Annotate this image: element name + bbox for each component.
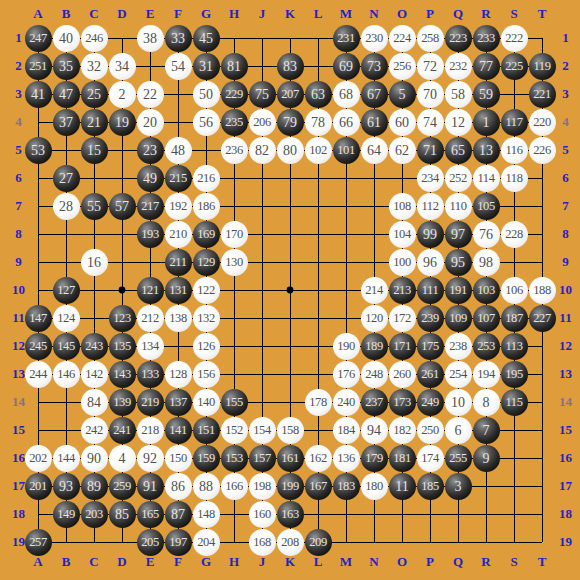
stone-P12-move-175: 175	[417, 333, 444, 360]
col-label-top-O: O	[388, 2, 416, 26]
stone-O14-move-173: 173	[389, 389, 416, 416]
stone-G19-move-204: 204	[193, 529, 220, 556]
stone-E8-move-193: 193	[137, 221, 164, 248]
stone-R11-move-107: 107	[473, 305, 500, 332]
stone-L3-move-63: 63	[305, 81, 332, 108]
stone-D17-move-259: 259	[109, 473, 136, 500]
stone-N13-move-248: 248	[361, 361, 388, 388]
stone-E6-move-49: 49	[137, 165, 164, 192]
col-label-top-P: P	[416, 2, 444, 26]
stone-L19-move-209: 209	[305, 529, 332, 556]
stone-R7-move-105: 105	[473, 193, 500, 220]
stone-Q8-move-97: 97	[445, 221, 472, 248]
stone-T5-move-226: 226	[529, 137, 556, 164]
stone-M1-move-231: 231	[333, 25, 360, 52]
stone-S6-move-118: 118	[501, 165, 528, 192]
stone-G14-move-140: 140	[193, 389, 220, 416]
stone-N5-move-64: 64	[361, 137, 388, 164]
stone-G8-move-169: 169	[193, 221, 220, 248]
stone-K3-move-207: 207	[277, 81, 304, 108]
stone-M17-move-183: 183	[333, 473, 360, 500]
col-label-top-D: D	[108, 2, 136, 26]
stone-O7-move-108: 108	[389, 193, 416, 220]
stone-R1-move-233: 233	[473, 25, 500, 52]
stone-N10-move-214: 214	[361, 277, 388, 304]
stone-S13-move-195: 195	[501, 361, 528, 388]
stone-E18-move-165: 165	[137, 501, 164, 528]
stone-E7-move-217: 217	[137, 193, 164, 220]
stone-N11-move-120: 120	[361, 305, 388, 332]
stone-H8-move-170: 170	[221, 221, 248, 248]
stone-F11-move-138: 138	[165, 305, 192, 332]
stone-C2-move-32: 32	[81, 53, 108, 80]
stone-B12-move-145: 145	[53, 333, 80, 360]
stone-B10-move-127: 127	[53, 277, 80, 304]
stone-G13-move-156: 156	[193, 361, 220, 388]
stone-F1-move-33: 33	[165, 25, 192, 52]
col-label-top-H: H	[220, 2, 248, 26]
stone-H17-move-166: 166	[221, 473, 248, 500]
stone-B13-move-146: 146	[53, 361, 80, 388]
stone-O10-move-213: 213	[389, 277, 416, 304]
stone-B16-move-144: 144	[53, 445, 80, 472]
stone-C14-move-84: 84	[81, 389, 108, 416]
stone-K5-move-80: 80	[277, 137, 304, 164]
stone-O8-move-104: 104	[389, 221, 416, 248]
stone-S2-move-225: 225	[501, 53, 528, 80]
stone-M16-move-136: 136	[333, 445, 360, 472]
stone-H2-move-81: 81	[221, 53, 248, 80]
col-label-top-R: R	[472, 2, 500, 26]
stone-P2-move-72: 72	[417, 53, 444, 80]
stone-R16-move-9: 9	[473, 445, 500, 472]
stone-F16-move-150: 150	[165, 445, 192, 472]
stone-N15-move-94: 94	[361, 417, 388, 444]
stone-R15-move-7: 7	[473, 417, 500, 444]
stone-O15-move-182: 182	[389, 417, 416, 444]
col-label-top-B: B	[52, 2, 80, 26]
col-label-top-T: T	[528, 2, 556, 26]
stone-E1-move-38: 38	[137, 25, 164, 52]
stone-D3-move-2: 2	[109, 81, 136, 108]
stone-M13-move-176: 176	[333, 361, 360, 388]
stone-C4-move-21: 21	[81, 109, 108, 136]
stone-C12-move-243: 243	[81, 333, 108, 360]
stone-G15-move-151: 151	[193, 417, 220, 444]
stone-J17-move-198: 198	[249, 473, 276, 500]
stone-S5-move-116: 116	[501, 137, 528, 164]
stone-Q15-move-6: 6	[445, 417, 472, 444]
stone-N16-move-179: 179	[361, 445, 388, 472]
stone-A2-move-251: 251	[25, 53, 52, 80]
stone-C9-move-16: 16	[81, 249, 108, 276]
stone-E3-move-22: 22	[137, 81, 164, 108]
col-label-top-J: J	[248, 2, 276, 26]
stone-M3-move-68: 68	[333, 81, 360, 108]
stone-R4-move-1: 1	[473, 109, 500, 136]
stone-C7-move-55: 55	[81, 193, 108, 220]
stone-E17-move-91: 91	[137, 473, 164, 500]
stone-F18-move-87: 87	[165, 501, 192, 528]
stone-F9-move-211: 211	[165, 249, 192, 276]
stone-S11-move-187: 187	[501, 305, 528, 332]
stone-G16-move-159: 159	[193, 445, 220, 472]
stone-B2-move-35: 35	[53, 53, 80, 80]
stone-B7-move-28: 28	[53, 193, 80, 220]
stone-H4-move-235: 235	[221, 109, 248, 136]
stone-R13-move-194: 194	[473, 361, 500, 388]
col-label-top-K: K	[276, 2, 304, 26]
stone-O17-move-11: 11	[389, 473, 416, 500]
stone-B3-move-47: 47	[53, 81, 80, 108]
stone-G18-move-148: 148	[193, 501, 220, 528]
stone-F8-move-210: 210	[165, 221, 192, 248]
stone-C17-move-89: 89	[81, 473, 108, 500]
stone-M15-move-184: 184	[333, 417, 360, 444]
stone-D13-move-143: 143	[109, 361, 136, 388]
stone-C5-move-15: 15	[81, 137, 108, 164]
stone-M4-move-66: 66	[333, 109, 360, 136]
stone-E12-move-134: 134	[137, 333, 164, 360]
stone-J16-move-157: 157	[249, 445, 276, 472]
stone-P1-move-258: 258	[417, 25, 444, 52]
stone-D4-move-19: 19	[109, 109, 136, 136]
stones-layer: 1234567891011121315161920212223252728313…	[24, 24, 556, 556]
stone-G9-move-129: 129	[193, 249, 220, 276]
stone-R2-move-77: 77	[473, 53, 500, 80]
stone-E11-move-212: 212	[137, 305, 164, 332]
stone-Q5-move-65: 65	[445, 137, 472, 164]
stone-C16-move-90: 90	[81, 445, 108, 472]
stone-D12-move-135: 135	[109, 333, 136, 360]
stone-T2-move-119: 119	[529, 53, 556, 80]
stone-N14-move-237: 237	[361, 389, 388, 416]
stone-H14-move-155: 155	[221, 389, 248, 416]
stone-S4-move-117: 117	[501, 109, 528, 136]
stone-O12-move-171: 171	[389, 333, 416, 360]
stone-Q14-move-10: 10	[445, 389, 472, 416]
stone-A16-move-202: 202	[25, 445, 52, 472]
stone-J3-move-75: 75	[249, 81, 276, 108]
stone-K16-move-161: 161	[277, 445, 304, 472]
stone-H15-move-152: 152	[221, 417, 248, 444]
stone-O3-move-5: 5	[389, 81, 416, 108]
stone-Q9-move-95: 95	[445, 249, 472, 276]
stone-R8-move-76: 76	[473, 221, 500, 248]
stone-A12-move-245: 245	[25, 333, 52, 360]
stone-T4-move-220: 220	[529, 109, 556, 136]
stone-P8-move-99: 99	[417, 221, 444, 248]
stone-E14-move-219: 219	[137, 389, 164, 416]
stone-K4-move-79: 79	[277, 109, 304, 136]
stone-Q7-move-110: 110	[445, 193, 472, 220]
stone-B1-move-40: 40	[53, 25, 80, 52]
col-label-top-S: S	[500, 2, 528, 26]
stone-P5-move-71: 71	[417, 137, 444, 164]
stone-Q3-move-58: 58	[445, 81, 472, 108]
stone-F17-move-86: 86	[165, 473, 192, 500]
stone-N1-move-230: 230	[361, 25, 388, 52]
stone-J15-move-154: 154	[249, 417, 276, 444]
stone-S14-move-115: 115	[501, 389, 528, 416]
stone-N3-move-67: 67	[361, 81, 388, 108]
stone-R10-move-103: 103	[473, 277, 500, 304]
stone-F10-move-131: 131	[165, 277, 192, 304]
stone-P16-move-174: 174	[417, 445, 444, 472]
stone-P4-move-74: 74	[417, 109, 444, 136]
stone-O16-move-181: 181	[389, 445, 416, 472]
stone-P17-move-185: 185	[417, 473, 444, 500]
stone-F13-move-128: 128	[165, 361, 192, 388]
stone-T3-move-221: 221	[529, 81, 556, 108]
stone-C13-move-142: 142	[81, 361, 108, 388]
stone-K15-move-158: 158	[277, 417, 304, 444]
stone-A1-move-247: 247	[25, 25, 52, 52]
stone-H5-move-236: 236	[221, 137, 248, 164]
stone-G4-move-56: 56	[193, 109, 220, 136]
stone-J4-move-206: 206	[249, 109, 276, 136]
stone-M12-move-190: 190	[333, 333, 360, 360]
stone-F6-move-215: 215	[165, 165, 192, 192]
stone-P14-move-249: 249	[417, 389, 444, 416]
col-label-top-M: M	[332, 2, 360, 26]
stone-B6-move-27: 27	[53, 165, 80, 192]
stone-K17-move-199: 199	[277, 473, 304, 500]
stone-B4-move-37: 37	[53, 109, 80, 136]
stone-R9-move-98: 98	[473, 249, 500, 276]
stone-C1-move-246: 246	[81, 25, 108, 52]
stone-D7-move-57: 57	[109, 193, 136, 220]
stone-O13-move-260: 260	[389, 361, 416, 388]
stone-G2-move-31: 31	[193, 53, 220, 80]
stone-O11-move-172: 172	[389, 305, 416, 332]
stone-R6-move-114: 114	[473, 165, 500, 192]
column-labels-top: ABCDEFGHJKLMNOPQRST	[24, 2, 556, 26]
stone-N4-move-61: 61	[361, 109, 388, 136]
stone-Q1-move-223: 223	[445, 25, 472, 52]
stone-D15-move-241: 241	[109, 417, 136, 444]
stone-P10-move-111: 111	[417, 277, 444, 304]
stone-M5-move-101: 101	[333, 137, 360, 164]
col-label-top-C: C	[80, 2, 108, 26]
stone-L5-move-102: 102	[305, 137, 332, 164]
stone-N2-move-73: 73	[361, 53, 388, 80]
stone-T11-move-227: 227	[529, 305, 556, 332]
stone-Q10-move-191: 191	[445, 277, 472, 304]
stone-R5-move-13: 13	[473, 137, 500, 164]
stone-G10-move-122: 122	[193, 277, 220, 304]
stone-R12-move-253: 253	[473, 333, 500, 360]
stone-L17-move-167: 167	[305, 473, 332, 500]
stone-F19-move-197: 197	[165, 529, 192, 556]
col-label-top-N: N	[360, 2, 388, 26]
stone-E19-move-205: 205	[137, 529, 164, 556]
stone-A17-move-201: 201	[25, 473, 52, 500]
stone-D11-move-123: 123	[109, 305, 136, 332]
go-board: ABCDEFGHJKLMNOPQRST ABCDEFGHJKLMNOPQRST …	[0, 0, 580, 580]
col-label-top-F: F	[164, 2, 192, 26]
stone-E16-move-92: 92	[137, 445, 164, 472]
stone-J18-move-160: 160	[249, 501, 276, 528]
stone-O9-move-100: 100	[389, 249, 416, 276]
stone-E10-move-121: 121	[137, 277, 164, 304]
stone-H3-move-229: 229	[221, 81, 248, 108]
stone-Q13-move-254: 254	[445, 361, 472, 388]
stone-B11-move-124: 124	[53, 305, 80, 332]
stone-C15-move-242: 242	[81, 417, 108, 444]
stone-P13-move-261: 261	[417, 361, 444, 388]
stone-S8-move-228: 228	[501, 221, 528, 248]
stone-H9-move-130: 130	[221, 249, 248, 276]
stone-F7-move-192: 192	[165, 193, 192, 220]
stone-N12-move-189: 189	[361, 333, 388, 360]
stone-A3-move-41: 41	[25, 81, 52, 108]
col-label-top-E: E	[136, 2, 164, 26]
stone-R3-move-59: 59	[473, 81, 500, 108]
stone-S1-move-222: 222	[501, 25, 528, 52]
stone-J19-move-168: 168	[249, 529, 276, 556]
stone-P15-move-250: 250	[417, 417, 444, 444]
stone-B17-move-93: 93	[53, 473, 80, 500]
col-label-top-A: A	[24, 2, 52, 26]
stone-A11-move-147: 147	[25, 305, 52, 332]
stone-Q12-move-238: 238	[445, 333, 472, 360]
stone-E5-move-23: 23	[137, 137, 164, 164]
stone-K19-move-208: 208	[277, 529, 304, 556]
stone-A19-move-257: 257	[25, 529, 52, 556]
stone-Q2-move-232: 232	[445, 53, 472, 80]
col-label-top-G: G	[192, 2, 220, 26]
stone-M14-move-240: 240	[333, 389, 360, 416]
stone-D18-move-85: 85	[109, 501, 136, 528]
stone-C18-move-203: 203	[81, 501, 108, 528]
stone-O4-move-60: 60	[389, 109, 416, 136]
stone-G17-move-88: 88	[193, 473, 220, 500]
stone-F15-move-141: 141	[165, 417, 192, 444]
stone-E15-move-218: 218	[137, 417, 164, 444]
stone-K18-move-163: 163	[277, 501, 304, 528]
stone-G12-move-126: 126	[193, 333, 220, 360]
stone-T10-move-188: 188	[529, 277, 556, 304]
stone-Q17-move-3: 3	[445, 473, 472, 500]
stone-A13-move-244: 244	[25, 361, 52, 388]
stone-P6-move-234: 234	[417, 165, 444, 192]
stone-G11-move-132: 132	[193, 305, 220, 332]
stone-B18-move-149: 149	[53, 501, 80, 528]
stone-Q16-move-255: 255	[445, 445, 472, 472]
stone-G1-move-45: 45	[193, 25, 220, 52]
stone-N17-move-180: 180	[361, 473, 388, 500]
stone-O1-move-224: 224	[389, 25, 416, 52]
stone-S12-move-113: 113	[501, 333, 528, 360]
stone-Q6-move-252: 252	[445, 165, 472, 192]
stone-Q4-move-12: 12	[445, 109, 472, 136]
stone-S10-move-106: 106	[501, 277, 528, 304]
stone-G7-move-186: 186	[193, 193, 220, 220]
stone-K2-move-83: 83	[277, 53, 304, 80]
stone-C3-move-25: 25	[81, 81, 108, 108]
stone-P11-move-239: 239	[417, 305, 444, 332]
stone-D14-move-139: 139	[109, 389, 136, 416]
stone-D16-move-4: 4	[109, 445, 136, 472]
stone-H16-move-153: 153	[221, 445, 248, 472]
stone-F14-move-137: 137	[165, 389, 192, 416]
stone-J5-move-82: 82	[249, 137, 276, 164]
stone-L16-move-162: 162	[305, 445, 332, 472]
stone-P7-move-112: 112	[417, 193, 444, 220]
stone-P3-move-70: 70	[417, 81, 444, 108]
stone-E4-move-20: 20	[137, 109, 164, 136]
stone-O2-move-256: 256	[389, 53, 416, 80]
stone-D2-move-34: 34	[109, 53, 136, 80]
stone-F5-move-48: 48	[165, 137, 192, 164]
stone-G6-move-216: 216	[193, 165, 220, 192]
stone-M2-move-69: 69	[333, 53, 360, 80]
stone-A5-move-53: 53	[25, 137, 52, 164]
stone-E13-move-133: 133	[137, 361, 164, 388]
stone-F2-move-54: 54	[165, 53, 192, 80]
stone-O5-move-62: 62	[389, 137, 416, 164]
stone-L4-move-78: 78	[305, 109, 332, 136]
stone-G3-move-50: 50	[193, 81, 220, 108]
stone-Q11-move-109: 109	[445, 305, 472, 332]
stone-R14-move-8: 8	[473, 389, 500, 416]
stone-L14-move-178: 178	[305, 389, 332, 416]
col-label-top-Q: Q	[444, 2, 472, 26]
stone-P9-move-96: 96	[417, 249, 444, 276]
col-label-top-L: L	[304, 2, 332, 26]
